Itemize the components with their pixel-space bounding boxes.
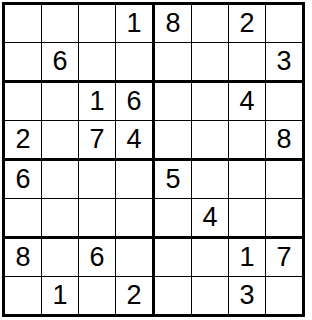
cell-r7c4[interactable] <box>116 239 155 277</box>
cell-r4c5[interactable] <box>155 121 192 161</box>
cell-r5c6[interactable] <box>192 161 229 199</box>
cell-r4c3: 7 <box>79 121 116 161</box>
cell-r6c6: 4 <box>192 199 229 239</box>
cell-r7c7: 1 <box>229 239 266 277</box>
cell-r5c7[interactable] <box>229 161 266 199</box>
cell-r6c4[interactable] <box>116 199 155 239</box>
cell-r5c4[interactable] <box>116 161 155 199</box>
cell-r2c3[interactable] <box>79 43 116 83</box>
cell-r4c4: 4 <box>116 121 155 161</box>
cell-r7c6[interactable] <box>192 239 229 277</box>
cell-r1c8[interactable] <box>266 5 302 43</box>
cell-r5c5: 5 <box>155 161 192 199</box>
cell-r2c7[interactable] <box>229 43 266 83</box>
cell-r1c5: 8 <box>155 5 192 43</box>
cell-r4c7[interactable] <box>229 121 266 161</box>
cell-r4c8: 8 <box>266 121 302 161</box>
cell-r3c7: 4 <box>229 83 266 121</box>
sudoku-screen: 1826316427486548617123 <box>0 0 312 320</box>
cell-r1c3[interactable] <box>79 5 116 43</box>
cell-r3c8[interactable] <box>266 83 302 121</box>
cell-r4c6[interactable] <box>192 121 229 161</box>
cell-r1c7: 2 <box>229 5 266 43</box>
cell-r6c8[interactable] <box>266 199 302 239</box>
cell-r7c1: 8 <box>5 239 42 277</box>
cell-r8c5[interactable] <box>155 277 192 314</box>
cell-r2c4[interactable] <box>116 43 155 83</box>
cell-r1c4: 1 <box>116 5 155 43</box>
cell-r1c6[interactable] <box>192 5 229 43</box>
cell-r8c2: 1 <box>42 277 79 314</box>
cell-r6c1[interactable] <box>5 199 42 239</box>
cell-r7c5[interactable] <box>155 239 192 277</box>
cell-r4c1: 2 <box>5 121 42 161</box>
cell-r6c2[interactable] <box>42 199 79 239</box>
cell-r8c8[interactable] <box>266 277 302 314</box>
cell-r8c6[interactable] <box>192 277 229 314</box>
cell-r8c4: 2 <box>116 277 155 314</box>
cell-r7c2[interactable] <box>42 239 79 277</box>
cell-r3c5[interactable] <box>155 83 192 121</box>
cell-r2c8: 3 <box>266 43 302 83</box>
cell-r1c2[interactable] <box>42 5 79 43</box>
cell-r2c1[interactable] <box>5 43 42 83</box>
cell-r2c6[interactable] <box>192 43 229 83</box>
cell-r8c1[interactable] <box>5 277 42 314</box>
cell-r7c8: 7 <box>266 239 302 277</box>
cell-r3c2[interactable] <box>42 83 79 121</box>
cell-r5c3[interactable] <box>79 161 116 199</box>
cell-r2c2: 6 <box>42 43 79 83</box>
cell-r6c3[interactable] <box>79 199 116 239</box>
cell-r8c3[interactable] <box>79 277 116 314</box>
cell-r5c1: 6 <box>5 161 42 199</box>
cell-r3c1[interactable] <box>5 83 42 121</box>
cell-r6c7[interactable] <box>229 199 266 239</box>
cell-r7c3: 6 <box>79 239 116 277</box>
cell-r3c6[interactable] <box>192 83 229 121</box>
cell-r6c5[interactable] <box>155 199 192 239</box>
cell-r5c2[interactable] <box>42 161 79 199</box>
cell-r3c3: 1 <box>79 83 116 121</box>
sudoku-board: 1826316427486548617123 <box>2 2 305 317</box>
cell-r8c7: 3 <box>229 277 266 314</box>
cell-r1c1[interactable] <box>5 5 42 43</box>
cell-r4c2[interactable] <box>42 121 79 161</box>
cell-r2c5[interactable] <box>155 43 192 83</box>
cell-r3c4: 6 <box>116 83 155 121</box>
cell-r5c8[interactable] <box>266 161 302 199</box>
